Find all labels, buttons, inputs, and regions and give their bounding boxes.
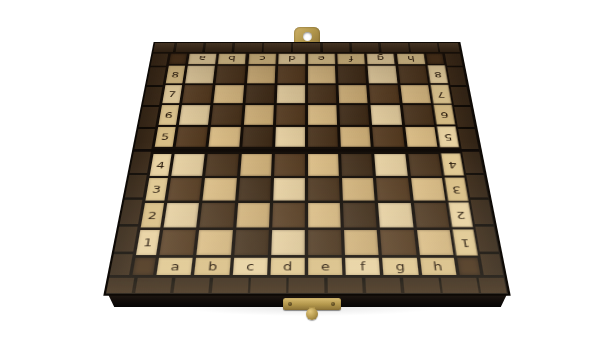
square-c7[interactable] bbox=[245, 85, 274, 103]
square-d7[interactable] bbox=[277, 85, 306, 103]
latch bbox=[283, 297, 341, 320]
frame-top bbox=[153, 43, 459, 52]
square-f4[interactable] bbox=[341, 154, 373, 176]
file-label-top-e: e bbox=[308, 54, 335, 64]
square-e6[interactable] bbox=[308, 105, 337, 124]
square-c4[interactable] bbox=[240, 154, 272, 176]
rank-label-right-2: 2 bbox=[449, 203, 473, 227]
rank-label-left-7: 7 bbox=[162, 85, 182, 103]
product-photo-scene: aabbccddeeffgghh8877665544332211 bbox=[0, 0, 600, 360]
file-label-top-f: f bbox=[337, 54, 365, 64]
square-e3[interactable] bbox=[308, 178, 340, 201]
square-a2[interactable] bbox=[164, 203, 200, 227]
square-g5[interactable] bbox=[373, 127, 405, 147]
square-b6[interactable] bbox=[211, 105, 242, 124]
label-corner-bottom-left bbox=[132, 258, 156, 275]
file-label-top-a: a bbox=[188, 54, 216, 64]
square-b8[interactable] bbox=[216, 66, 245, 83]
square-c1[interactable] bbox=[234, 230, 269, 256]
square-h7[interactable] bbox=[400, 85, 431, 103]
square-e2[interactable] bbox=[308, 203, 341, 227]
square-h2[interactable] bbox=[414, 203, 450, 227]
square-f6[interactable] bbox=[339, 105, 369, 124]
rank-label-left-6: 6 bbox=[158, 105, 179, 124]
latch-knob bbox=[306, 308, 318, 320]
square-f7[interactable] bbox=[339, 85, 368, 103]
file-label-top-g: g bbox=[367, 54, 395, 64]
square-a6[interactable] bbox=[179, 105, 211, 124]
square-e4[interactable] bbox=[308, 154, 339, 176]
file-label-bottom-a: a bbox=[157, 258, 193, 275]
label-corner-bottom-right bbox=[457, 258, 481, 275]
square-e5[interactable] bbox=[308, 127, 338, 147]
file-label-bottom-c: c bbox=[232, 258, 267, 275]
square-d5[interactable] bbox=[275, 127, 305, 147]
square-c6[interactable] bbox=[244, 105, 274, 124]
square-e7[interactable] bbox=[308, 85, 337, 103]
square-h4[interactable] bbox=[408, 154, 442, 176]
rank-label-right-5: 5 bbox=[437, 127, 459, 147]
square-b5[interactable] bbox=[209, 127, 241, 147]
square-f5[interactable] bbox=[340, 127, 371, 147]
square-e8[interactable] bbox=[308, 66, 336, 83]
square-d8[interactable] bbox=[277, 66, 305, 83]
rank-label-right-8: 8 bbox=[428, 66, 448, 83]
square-h6[interactable] bbox=[402, 105, 433, 124]
square-e1[interactable] bbox=[308, 230, 342, 256]
file-label-top-h: h bbox=[397, 54, 425, 64]
square-g8[interactable] bbox=[368, 66, 397, 83]
square-c3[interactable] bbox=[238, 178, 271, 201]
rank-label-left-2: 2 bbox=[140, 203, 164, 227]
square-d6[interactable] bbox=[276, 105, 305, 124]
rank-label-left-1: 1 bbox=[135, 230, 160, 256]
file-label-bottom-f: f bbox=[345, 258, 380, 275]
latch-screw-left-icon bbox=[288, 302, 292, 306]
square-d4[interactable] bbox=[274, 154, 305, 176]
square-h8[interactable] bbox=[398, 66, 428, 83]
square-c5[interactable] bbox=[242, 127, 273, 147]
square-h3[interactable] bbox=[411, 178, 446, 201]
square-c2[interactable] bbox=[236, 203, 270, 227]
square-d1[interactable] bbox=[271, 230, 305, 256]
square-c8[interactable] bbox=[247, 66, 276, 83]
rank-label-right-6: 6 bbox=[434, 105, 455, 124]
square-g1[interactable] bbox=[380, 230, 416, 256]
square-a7[interactable] bbox=[182, 85, 213, 103]
square-a1[interactable] bbox=[160, 230, 197, 256]
rank-label-left-8: 8 bbox=[165, 66, 185, 83]
square-g2[interactable] bbox=[378, 203, 413, 227]
square-a4[interactable] bbox=[172, 154, 206, 176]
frame-bottom bbox=[106, 278, 507, 293]
square-b4[interactable] bbox=[206, 154, 239, 176]
square-h1[interactable] bbox=[417, 230, 454, 256]
square-d3[interactable] bbox=[273, 178, 305, 201]
rank-label-right-4: 4 bbox=[441, 154, 463, 176]
board-grid: aabbccddeeffgghh8877665544332211 bbox=[106, 43, 508, 294]
square-a3[interactable] bbox=[168, 178, 203, 201]
square-b3[interactable] bbox=[203, 178, 237, 201]
file-label-top-b: b bbox=[218, 54, 246, 64]
square-f8[interactable] bbox=[338, 66, 367, 83]
rank-label-left-5: 5 bbox=[154, 127, 176, 147]
square-g3[interactable] bbox=[376, 178, 410, 201]
file-label-bottom-d: d bbox=[270, 258, 304, 275]
square-b1[interactable] bbox=[197, 230, 233, 256]
label-corner-top-right bbox=[426, 54, 444, 64]
file-label-bottom-g: g bbox=[383, 258, 419, 275]
square-g6[interactable] bbox=[371, 105, 402, 124]
rank-label-left-4: 4 bbox=[149, 154, 172, 176]
square-g4[interactable] bbox=[375, 154, 408, 176]
square-f1[interactable] bbox=[344, 230, 379, 256]
file-label-bottom-e: e bbox=[308, 258, 342, 275]
rank-label-right-1: 1 bbox=[453, 230, 478, 256]
square-b2[interactable] bbox=[200, 203, 235, 227]
chess-board: aabbccddeeffgghh8877665544332211 bbox=[106, 43, 508, 294]
file-label-top-c: c bbox=[248, 54, 276, 64]
square-a5[interactable] bbox=[176, 127, 208, 147]
fold-seam bbox=[134, 149, 479, 152]
square-f3[interactable] bbox=[342, 178, 375, 201]
square-h5[interactable] bbox=[405, 127, 437, 147]
rank-label-right-3: 3 bbox=[445, 178, 468, 201]
square-b7[interactable] bbox=[214, 85, 244, 103]
file-label-bottom-h: h bbox=[420, 258, 456, 275]
label-corner-top-left bbox=[169, 54, 187, 64]
square-d2[interactable] bbox=[272, 203, 305, 227]
square-g7[interactable] bbox=[369, 85, 399, 103]
rank-label-right-7: 7 bbox=[431, 85, 451, 103]
square-f2[interactable] bbox=[343, 203, 377, 227]
square-a8[interactable] bbox=[185, 66, 215, 83]
rank-label-left-3: 3 bbox=[145, 178, 168, 201]
latch-screw-right-icon bbox=[331, 302, 335, 306]
file-label-bottom-b: b bbox=[195, 258, 231, 275]
file-label-top-d: d bbox=[278, 54, 305, 64]
hanger-hole bbox=[303, 32, 312, 41]
